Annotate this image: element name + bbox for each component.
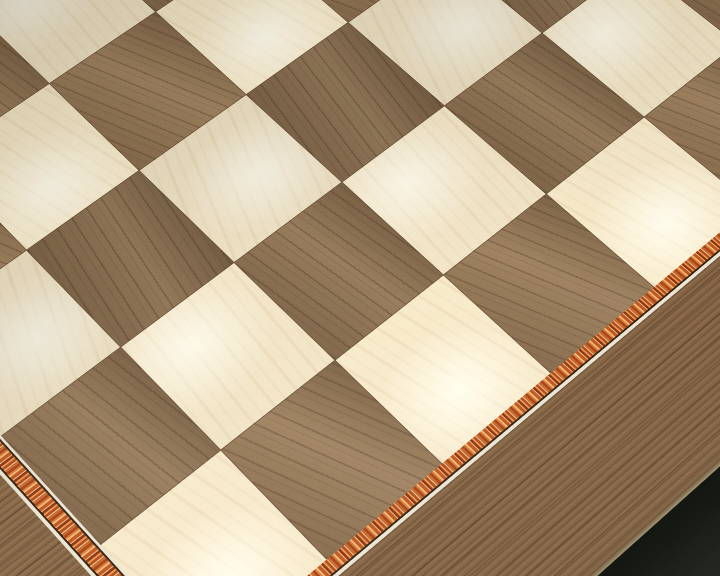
trim-outer-dark-line — [0, 0, 720, 576]
board-frame — [0, 0, 720, 576]
trim-inner-light-line — [0, 0, 720, 576]
chessboard — [0, 0, 720, 576]
trim-outer-light-line — [0, 0, 720, 576]
trim-inner-dark-line — [0, 0, 720, 576]
board-grid — [0, 0, 720, 576]
board-photo-scene — [0, 0, 720, 576]
trim-stripe-band — [0, 0, 720, 576]
